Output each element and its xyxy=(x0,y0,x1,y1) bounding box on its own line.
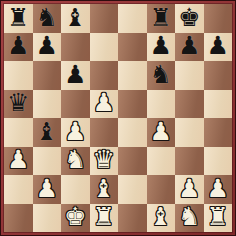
chess-board-frame: ♜♞♝♜♚♟♟♟♟♟♟♞♛♟♝♟♟♟♞♛♟♝♟♟♚♜♝♞♜ xyxy=(0,0,236,236)
piece-white-pawn[interactable]: ♟ xyxy=(64,119,86,144)
square-c3[interactable]: ♞ xyxy=(61,147,90,176)
piece-black-pawn[interactable]: ♟ xyxy=(207,33,229,58)
piece-black-bishop[interactable]: ♝ xyxy=(64,5,86,30)
piece-white-bishop[interactable]: ♝ xyxy=(93,176,115,201)
square-a1[interactable] xyxy=(4,204,33,233)
square-g4[interactable] xyxy=(175,118,204,147)
square-g8[interactable]: ♚ xyxy=(175,4,204,33)
square-d8[interactable] xyxy=(90,4,119,33)
square-h2[interactable]: ♟ xyxy=(204,175,233,204)
square-b6[interactable] xyxy=(33,61,62,90)
square-b3[interactable] xyxy=(33,147,62,176)
square-e7[interactable] xyxy=(118,33,147,62)
square-a8[interactable]: ♜ xyxy=(4,4,33,33)
piece-black-pawn[interactable]: ♟ xyxy=(64,62,86,87)
square-c5[interactable] xyxy=(61,90,90,119)
piece-white-pawn[interactable]: ♟ xyxy=(178,176,200,201)
piece-black-bishop[interactable]: ♝ xyxy=(36,119,58,144)
square-d3[interactable]: ♛ xyxy=(90,147,119,176)
square-e3[interactable] xyxy=(118,147,147,176)
square-h4[interactable] xyxy=(204,118,233,147)
square-c4[interactable]: ♟ xyxy=(61,118,90,147)
square-h7[interactable]: ♟ xyxy=(204,33,233,62)
piece-black-pawn[interactable]: ♟ xyxy=(7,33,29,58)
square-d7[interactable] xyxy=(90,33,119,62)
square-f1[interactable]: ♝ xyxy=(147,204,176,233)
square-a7[interactable]: ♟ xyxy=(4,33,33,62)
piece-white-pawn[interactable]: ♟ xyxy=(150,119,172,144)
square-g5[interactable] xyxy=(175,90,204,119)
square-c1[interactable]: ♚ xyxy=(61,204,90,233)
square-e6[interactable] xyxy=(118,61,147,90)
square-g3[interactable] xyxy=(175,147,204,176)
square-a5[interactable]: ♛ xyxy=(4,90,33,119)
square-f7[interactable]: ♟ xyxy=(147,33,176,62)
square-b4[interactable]: ♝ xyxy=(33,118,62,147)
square-g6[interactable] xyxy=(175,61,204,90)
square-a2[interactable] xyxy=(4,175,33,204)
square-e8[interactable] xyxy=(118,4,147,33)
square-a3[interactable]: ♟ xyxy=(4,147,33,176)
piece-black-knight[interactable]: ♞ xyxy=(36,5,58,30)
piece-white-rook[interactable]: ♜ xyxy=(207,204,229,229)
piece-white-pawn[interactable]: ♟ xyxy=(36,176,58,201)
piece-white-pawn[interactable]: ♟ xyxy=(93,90,115,115)
square-b1[interactable] xyxy=(33,204,62,233)
square-d1[interactable]: ♜ xyxy=(90,204,119,233)
square-f3[interactable] xyxy=(147,147,176,176)
square-d6[interactable] xyxy=(90,61,119,90)
square-a4[interactable] xyxy=(4,118,33,147)
square-f4[interactable]: ♟ xyxy=(147,118,176,147)
square-c8[interactable]: ♝ xyxy=(61,4,90,33)
square-e5[interactable] xyxy=(118,90,147,119)
square-c2[interactable] xyxy=(61,175,90,204)
square-a6[interactable] xyxy=(4,61,33,90)
piece-white-queen[interactable]: ♛ xyxy=(93,147,115,172)
square-b5[interactable] xyxy=(33,90,62,119)
piece-white-bishop[interactable]: ♝ xyxy=(150,204,172,229)
square-h6[interactable] xyxy=(204,61,233,90)
square-e2[interactable] xyxy=(118,175,147,204)
piece-black-pawn[interactable]: ♟ xyxy=(178,33,200,58)
square-b8[interactable]: ♞ xyxy=(33,4,62,33)
piece-black-pawn[interactable]: ♟ xyxy=(36,33,58,58)
square-d4[interactable] xyxy=(90,118,119,147)
square-g2[interactable]: ♟ xyxy=(175,175,204,204)
piece-black-rook[interactable]: ♜ xyxy=(150,5,172,30)
square-c6[interactable]: ♟ xyxy=(61,61,90,90)
piece-white-pawn[interactable]: ♟ xyxy=(7,147,29,172)
square-f5[interactable] xyxy=(147,90,176,119)
square-b2[interactable]: ♟ xyxy=(33,175,62,204)
square-f6[interactable]: ♞ xyxy=(147,61,176,90)
square-f8[interactable]: ♜ xyxy=(147,4,176,33)
piece-black-pawn[interactable]: ♟ xyxy=(150,33,172,58)
square-h5[interactable] xyxy=(204,90,233,119)
piece-white-king[interactable]: ♚ xyxy=(64,204,86,229)
piece-black-queen[interactable]: ♛ xyxy=(7,90,29,115)
square-d5[interactable]: ♟ xyxy=(90,90,119,119)
piece-black-rook[interactable]: ♜ xyxy=(7,5,29,30)
square-e1[interactable] xyxy=(118,204,147,233)
square-d2[interactable]: ♝ xyxy=(90,175,119,204)
square-f2[interactable] xyxy=(147,175,176,204)
square-e4[interactable] xyxy=(118,118,147,147)
chess-board: ♜♞♝♜♚♟♟♟♟♟♟♞♛♟♝♟♟♟♞♛♟♝♟♟♚♜♝♞♜ xyxy=(4,4,232,232)
piece-white-knight[interactable]: ♞ xyxy=(64,147,86,172)
square-h3[interactable] xyxy=(204,147,233,176)
square-b7[interactable]: ♟ xyxy=(33,33,62,62)
piece-white-knight[interactable]: ♞ xyxy=(178,204,200,229)
piece-white-rook[interactable]: ♜ xyxy=(93,204,115,229)
piece-black-king[interactable]: ♚ xyxy=(178,5,200,30)
square-h8[interactable] xyxy=(204,4,233,33)
square-g1[interactable]: ♞ xyxy=(175,204,204,233)
square-h1[interactable]: ♜ xyxy=(204,204,233,233)
piece-black-knight[interactable]: ♞ xyxy=(150,62,172,87)
piece-white-pawn[interactable]: ♟ xyxy=(207,176,229,201)
square-g7[interactable]: ♟ xyxy=(175,33,204,62)
square-c7[interactable] xyxy=(61,33,90,62)
